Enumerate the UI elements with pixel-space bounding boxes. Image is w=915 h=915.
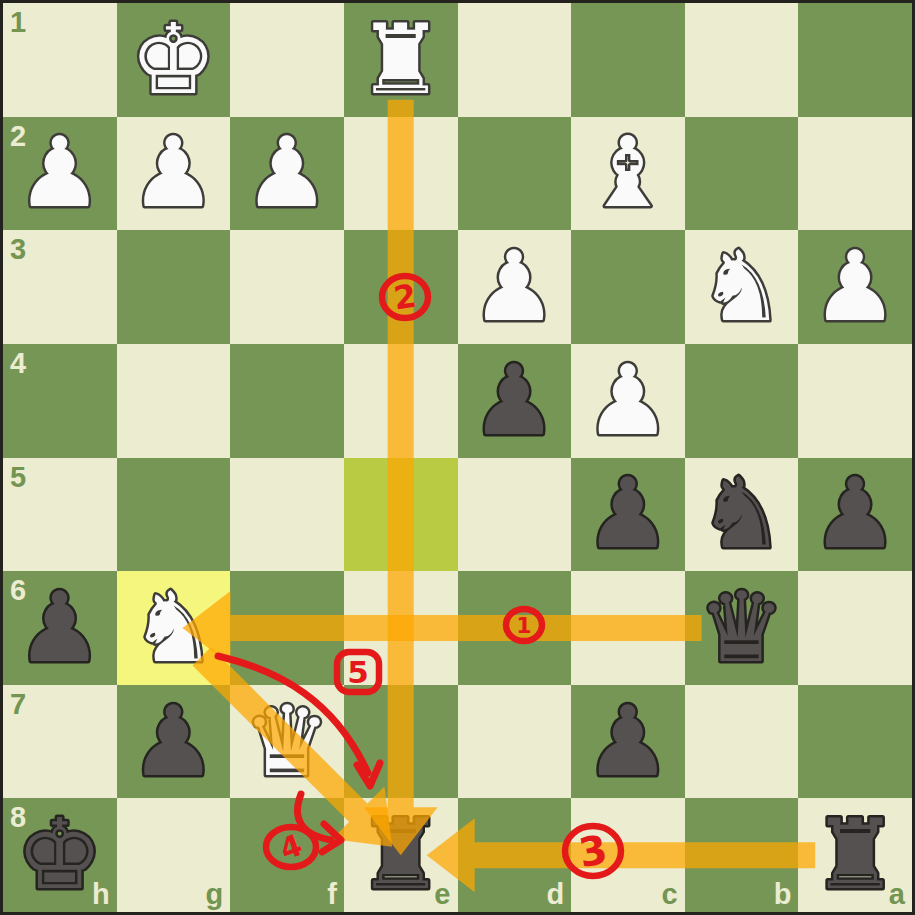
file-label-g: g: [206, 880, 224, 909]
square-g6[interactable]: [117, 571, 231, 685]
square-e4[interactable]: [344, 344, 458, 458]
square-c4[interactable]: [571, 344, 685, 458]
square-f5[interactable]: [230, 458, 344, 572]
square-d3[interactable]: [458, 230, 572, 344]
square-g5[interactable]: [117, 458, 231, 572]
square-e8[interactable]: e: [344, 798, 458, 912]
square-h8[interactable]: 8h: [3, 798, 117, 912]
square-h7[interactable]: 7: [3, 685, 117, 799]
file-label-f: f: [327, 880, 337, 909]
square-c3[interactable]: [571, 230, 685, 344]
square-g3[interactable]: [117, 230, 231, 344]
square-a1[interactable]: [798, 3, 912, 117]
square-b1[interactable]: [685, 3, 799, 117]
square-c7[interactable]: [571, 685, 685, 799]
square-e1[interactable]: [344, 3, 458, 117]
square-f6[interactable]: [230, 571, 344, 685]
square-b4[interactable]: [685, 344, 799, 458]
square-c6[interactable]: [571, 571, 685, 685]
square-f7[interactable]: [230, 685, 344, 799]
square-f8[interactable]: f: [230, 798, 344, 912]
square-b8[interactable]: b: [685, 798, 799, 912]
square-a5[interactable]: [798, 458, 912, 572]
square-d6[interactable]: [458, 571, 572, 685]
square-g7[interactable]: [117, 685, 231, 799]
square-g1[interactable]: [117, 3, 231, 117]
square-d5[interactable]: [458, 458, 572, 572]
square-b6[interactable]: [685, 571, 799, 685]
square-h3[interactable]: 3: [3, 230, 117, 344]
square-e3[interactable]: [344, 230, 458, 344]
file-label-e: e: [434, 880, 450, 909]
square-b3[interactable]: [685, 230, 799, 344]
rank-label-8: 8: [10, 803, 26, 832]
square-b2[interactable]: [685, 117, 799, 231]
square-c2[interactable]: [571, 117, 685, 231]
square-a6[interactable]: [798, 571, 912, 685]
rank-label-3: 3: [10, 235, 26, 264]
square-a8[interactable]: a: [798, 798, 912, 912]
square-f2[interactable]: [230, 117, 344, 231]
square-h2[interactable]: 2: [3, 117, 117, 231]
file-label-a: a: [889, 880, 905, 909]
square-a4[interactable]: [798, 344, 912, 458]
square-c5[interactable]: [571, 458, 685, 572]
square-d7[interactable]: [458, 685, 572, 799]
square-f1[interactable]: [230, 3, 344, 117]
square-g8[interactable]: g: [117, 798, 231, 912]
file-label-c: c: [662, 880, 678, 909]
square-c1[interactable]: [571, 3, 685, 117]
square-d8[interactable]: d: [458, 798, 572, 912]
square-f3[interactable]: [230, 230, 344, 344]
square-d4[interactable]: [458, 344, 572, 458]
rank-label-4: 4: [10, 349, 26, 378]
square-h6[interactable]: 6: [3, 571, 117, 685]
square-h1[interactable]: 1: [3, 3, 117, 117]
square-c8[interactable]: c: [571, 798, 685, 912]
square-b7[interactable]: [685, 685, 799, 799]
square-e5[interactable]: [344, 458, 458, 572]
square-a3[interactable]: [798, 230, 912, 344]
square-e7[interactable]: [344, 685, 458, 799]
file-label-h: h: [92, 880, 110, 909]
chess-board[interactable]: 12345678hgfedcba: [3, 3, 912, 912]
square-h5[interactable]: 5: [3, 458, 117, 572]
square-a2[interactable]: [798, 117, 912, 231]
rank-label-5: 5: [10, 463, 26, 492]
square-f4[interactable]: [230, 344, 344, 458]
rank-label-2: 2: [10, 122, 26, 151]
square-h4[interactable]: 4: [3, 344, 117, 458]
file-label-d: d: [546, 880, 564, 909]
square-g4[interactable]: [117, 344, 231, 458]
square-d2[interactable]: [458, 117, 572, 231]
chess-board-screenshot: 12345678hgfedcba ♚♜♟♟♟♝♟♞♟♟♟♟♞♟♟♞♛♟♛♟♚♜♜…: [0, 0, 915, 915]
rank-label-1: 1: [10, 8, 26, 37]
file-label-b: b: [774, 880, 792, 909]
rank-label-6: 6: [10, 576, 26, 605]
square-d1[interactable]: [458, 3, 572, 117]
square-e2[interactable]: [344, 117, 458, 231]
square-e6[interactable]: [344, 571, 458, 685]
rank-label-7: 7: [10, 690, 26, 719]
square-a7[interactable]: [798, 685, 912, 799]
square-b5[interactable]: [685, 458, 799, 572]
square-g2[interactable]: [117, 117, 231, 231]
